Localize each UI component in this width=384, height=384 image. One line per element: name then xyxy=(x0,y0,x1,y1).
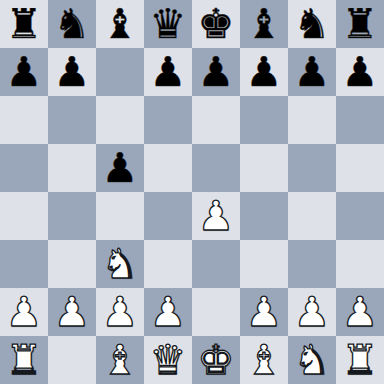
square-h8[interactable]: ♜ xyxy=(336,0,384,48)
square-a4[interactable] xyxy=(0,192,48,240)
square-e7[interactable]: ♟ xyxy=(192,48,240,96)
piece-white-rook[interactable]: ♜ xyxy=(342,336,379,384)
piece-white-pawn[interactable]: ♟ xyxy=(54,288,91,336)
piece-black-rook[interactable]: ♜ xyxy=(6,0,43,48)
square-e6[interactable] xyxy=(192,96,240,144)
piece-white-bishop[interactable]: ♝ xyxy=(246,336,283,384)
square-c8[interactable]: ♝ xyxy=(96,0,144,48)
square-g3[interactable] xyxy=(288,240,336,288)
square-e8[interactable]: ♚ xyxy=(192,0,240,48)
square-h1[interactable]: ♜ xyxy=(336,336,384,384)
square-d1[interactable]: ♛ xyxy=(144,336,192,384)
square-b8[interactable]: ♞ xyxy=(48,0,96,48)
piece-black-pawn[interactable]: ♟ xyxy=(102,144,139,192)
square-e2[interactable] xyxy=(192,288,240,336)
piece-white-bishop[interactable]: ♝ xyxy=(102,336,139,384)
square-f3[interactable] xyxy=(240,240,288,288)
piece-black-knight[interactable]: ♞ xyxy=(294,0,331,48)
square-f5[interactable] xyxy=(240,144,288,192)
square-g7[interactable]: ♟ xyxy=(288,48,336,96)
square-d4[interactable] xyxy=(144,192,192,240)
square-h4[interactable] xyxy=(336,192,384,240)
chess-board: ♜♞♝♛♚♝♞♜♟♟♟♟♟♟♟♟♟♞♟♟♟♟♟♟♟♜♝♛♚♝♞♜ xyxy=(0,0,384,384)
piece-black-bishop[interactable]: ♝ xyxy=(102,0,139,48)
square-h5[interactable] xyxy=(336,144,384,192)
square-g2[interactable]: ♟ xyxy=(288,288,336,336)
square-h2[interactable]: ♟ xyxy=(336,288,384,336)
square-c7[interactable] xyxy=(96,48,144,96)
square-a3[interactable] xyxy=(0,240,48,288)
square-e1[interactable]: ♚ xyxy=(192,336,240,384)
square-g4[interactable] xyxy=(288,192,336,240)
piece-white-pawn[interactable]: ♟ xyxy=(342,288,379,336)
square-c5[interactable]: ♟ xyxy=(96,144,144,192)
square-c1[interactable]: ♝ xyxy=(96,336,144,384)
piece-white-knight[interactable]: ♞ xyxy=(294,336,331,384)
piece-black-bishop[interactable]: ♝ xyxy=(246,0,283,48)
piece-white-king[interactable]: ♚ xyxy=(198,336,235,384)
piece-black-pawn[interactable]: ♟ xyxy=(246,48,283,96)
square-g5[interactable] xyxy=(288,144,336,192)
square-h3[interactable] xyxy=(336,240,384,288)
square-d2[interactable]: ♟ xyxy=(144,288,192,336)
square-d8[interactable]: ♛ xyxy=(144,0,192,48)
square-a8[interactable]: ♜ xyxy=(0,0,48,48)
square-d7[interactable]: ♟ xyxy=(144,48,192,96)
square-d6[interactable] xyxy=(144,96,192,144)
square-d5[interactable] xyxy=(144,144,192,192)
square-f4[interactable] xyxy=(240,192,288,240)
square-e3[interactable] xyxy=(192,240,240,288)
square-f2[interactable]: ♟ xyxy=(240,288,288,336)
square-c4[interactable] xyxy=(96,192,144,240)
piece-black-pawn[interactable]: ♟ xyxy=(342,48,379,96)
square-h6[interactable] xyxy=(336,96,384,144)
piece-black-king[interactable]: ♚ xyxy=(198,0,235,48)
square-c2[interactable]: ♟ xyxy=(96,288,144,336)
square-a1[interactable]: ♜ xyxy=(0,336,48,384)
square-h7[interactable]: ♟ xyxy=(336,48,384,96)
square-f6[interactable] xyxy=(240,96,288,144)
piece-white-pawn[interactable]: ♟ xyxy=(6,288,43,336)
square-c6[interactable] xyxy=(96,96,144,144)
square-g6[interactable] xyxy=(288,96,336,144)
piece-black-pawn[interactable]: ♟ xyxy=(54,48,91,96)
piece-black-queen[interactable]: ♛ xyxy=(150,0,187,48)
square-a5[interactable] xyxy=(0,144,48,192)
square-a6[interactable] xyxy=(0,96,48,144)
square-a2[interactable]: ♟ xyxy=(0,288,48,336)
square-b6[interactable] xyxy=(48,96,96,144)
piece-white-knight[interactable]: ♞ xyxy=(102,240,139,288)
piece-white-rook[interactable]: ♜ xyxy=(6,336,43,384)
square-e4[interactable]: ♟ xyxy=(192,192,240,240)
square-g8[interactable]: ♞ xyxy=(288,0,336,48)
square-g1[interactable]: ♞ xyxy=(288,336,336,384)
piece-white-queen[interactable]: ♛ xyxy=(150,336,187,384)
piece-white-pawn[interactable]: ♟ xyxy=(294,288,331,336)
square-a7[interactable]: ♟ xyxy=(0,48,48,96)
square-b3[interactable] xyxy=(48,240,96,288)
square-b2[interactable]: ♟ xyxy=(48,288,96,336)
piece-white-pawn[interactable]: ♟ xyxy=(102,288,139,336)
square-b4[interactable] xyxy=(48,192,96,240)
square-b1[interactable] xyxy=(48,336,96,384)
square-d3[interactable] xyxy=(144,240,192,288)
square-f7[interactable]: ♟ xyxy=(240,48,288,96)
square-b5[interactable] xyxy=(48,144,96,192)
piece-black-pawn[interactable]: ♟ xyxy=(150,48,187,96)
piece-white-pawn[interactable]: ♟ xyxy=(246,288,283,336)
piece-black-knight[interactable]: ♞ xyxy=(54,0,91,48)
piece-black-pawn[interactable]: ♟ xyxy=(6,48,43,96)
piece-white-pawn[interactable]: ♟ xyxy=(150,288,187,336)
square-f8[interactable]: ♝ xyxy=(240,0,288,48)
piece-black-pawn[interactable]: ♟ xyxy=(198,48,235,96)
piece-black-rook[interactable]: ♜ xyxy=(342,0,379,48)
piece-black-pawn[interactable]: ♟ xyxy=(294,48,331,96)
square-f1[interactable]: ♝ xyxy=(240,336,288,384)
square-c3[interactable]: ♞ xyxy=(96,240,144,288)
piece-white-pawn[interactable]: ♟ xyxy=(198,192,235,240)
square-e5[interactable] xyxy=(192,144,240,192)
square-b7[interactable]: ♟ xyxy=(48,48,96,96)
